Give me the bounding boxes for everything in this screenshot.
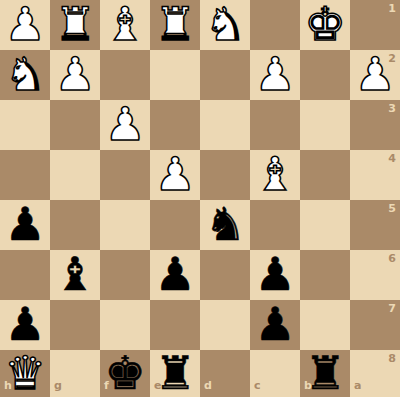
square-g3[interactable] xyxy=(50,100,100,150)
square-a2[interactable]: ♟2 xyxy=(350,50,400,100)
square-h7[interactable]: ♟ xyxy=(0,300,50,350)
file-label-c: c xyxy=(254,380,261,391)
piece-white-bishop[interactable]: ♝ xyxy=(254,151,295,197)
square-b5[interactable] xyxy=(300,200,350,250)
square-a5[interactable]: 5 xyxy=(350,200,400,250)
square-f8[interactable]: ♚f xyxy=(100,350,150,397)
square-a3[interactable]: 3 xyxy=(350,100,400,150)
square-h3[interactable] xyxy=(0,100,50,150)
rank-label-2: 2 xyxy=(388,53,396,64)
piece-white-rook[interactable]: ♜ xyxy=(154,1,195,47)
square-h2[interactable]: ♞ xyxy=(0,50,50,100)
square-b7[interactable] xyxy=(300,300,350,350)
square-d8[interactable]: d xyxy=(200,350,250,397)
piece-white-bishop[interactable]: ♝ xyxy=(104,1,145,47)
piece-black-pawn[interactable]: ♟ xyxy=(254,251,295,297)
square-d7[interactable] xyxy=(200,300,250,350)
square-c1[interactable] xyxy=(250,0,300,50)
square-e2[interactable] xyxy=(150,50,200,100)
square-d2[interactable] xyxy=(200,50,250,100)
square-a8[interactable]: 8a xyxy=(350,350,400,397)
square-c2[interactable]: ♟ xyxy=(250,50,300,100)
rank-label-1: 1 xyxy=(388,3,396,14)
piece-black-king[interactable]: ♚ xyxy=(104,350,145,396)
piece-white-king[interactable]: ♚ xyxy=(304,1,345,47)
square-a1[interactable]: 1 xyxy=(350,0,400,50)
piece-black-bishop[interactable]: ♝ xyxy=(54,251,95,297)
piece-white-pawn[interactable]: ♟ xyxy=(54,51,95,97)
square-h8[interactable]: ♛h xyxy=(0,350,50,397)
rank-label-5: 5 xyxy=(388,203,396,214)
square-g1[interactable]: ♜ xyxy=(50,0,100,50)
square-g8[interactable]: g xyxy=(50,350,100,397)
piece-black-pawn[interactable]: ♟ xyxy=(254,301,295,347)
rank-label-4: 4 xyxy=(388,153,396,164)
square-g2[interactable]: ♟ xyxy=(50,50,100,100)
piece-white-pawn[interactable]: ♟ xyxy=(254,51,295,97)
square-c8[interactable]: c xyxy=(250,350,300,397)
piece-black-pawn[interactable]: ♟ xyxy=(4,201,45,247)
square-f2[interactable] xyxy=(100,50,150,100)
square-f6[interactable] xyxy=(100,250,150,300)
square-c7[interactable]: ♟ xyxy=(250,300,300,350)
rank-label-6: 6 xyxy=(388,253,396,264)
square-c4[interactable]: ♝ xyxy=(250,150,300,200)
square-e8[interactable]: ♜e xyxy=(150,350,200,397)
square-d5[interactable]: ♞ xyxy=(200,200,250,250)
square-e1[interactable]: ♜ xyxy=(150,0,200,50)
square-f1[interactable]: ♝ xyxy=(100,0,150,50)
piece-black-pawn[interactable]: ♟ xyxy=(154,251,195,297)
square-c5[interactable] xyxy=(250,200,300,250)
square-g4[interactable] xyxy=(50,150,100,200)
piece-black-pawn[interactable]: ♟ xyxy=(4,301,45,347)
square-b1[interactable]: ♚ xyxy=(300,0,350,50)
piece-white-knight[interactable]: ♞ xyxy=(204,1,245,47)
square-h4[interactable] xyxy=(0,150,50,200)
square-g6[interactable]: ♝ xyxy=(50,250,100,300)
square-c3[interactable] xyxy=(250,100,300,150)
square-a7[interactable]: 7 xyxy=(350,300,400,350)
square-h1[interactable]: ♟ xyxy=(0,0,50,50)
square-c6[interactable]: ♟ xyxy=(250,250,300,300)
file-label-h: h xyxy=(4,380,12,391)
file-label-f: f xyxy=(104,380,109,391)
file-label-e: e xyxy=(154,380,161,391)
square-e5[interactable] xyxy=(150,200,200,250)
square-d3[interactable] xyxy=(200,100,250,150)
file-label-b: b xyxy=(304,380,312,391)
square-e4[interactable]: ♟ xyxy=(150,150,200,200)
square-b8[interactable]: ♜b xyxy=(300,350,350,397)
file-label-g: g xyxy=(54,380,62,391)
piece-white-rook[interactable]: ♜ xyxy=(54,1,95,47)
file-label-d: d xyxy=(204,380,212,391)
chess-board: ♟♜♝♜♞♚1♞♟♟♟2♟3♟♝4♟♞5♝♟♟6♟♟7♛hg♚f♜edc♜b8a xyxy=(0,0,400,397)
square-b3[interactable] xyxy=(300,100,350,150)
square-e7[interactable] xyxy=(150,300,200,350)
square-b2[interactable] xyxy=(300,50,350,100)
piece-black-knight[interactable]: ♞ xyxy=(204,201,245,247)
square-d4[interactable] xyxy=(200,150,250,200)
square-b6[interactable] xyxy=(300,250,350,300)
rank-label-3: 3 xyxy=(388,103,396,114)
file-label-a: a xyxy=(354,380,361,391)
square-h6[interactable] xyxy=(0,250,50,300)
square-f7[interactable] xyxy=(100,300,150,350)
square-d6[interactable] xyxy=(200,250,250,300)
square-d1[interactable]: ♞ xyxy=(200,0,250,50)
square-a6[interactable]: 6 xyxy=(350,250,400,300)
rank-label-8: 8 xyxy=(388,353,396,364)
square-b4[interactable] xyxy=(300,150,350,200)
square-g7[interactable] xyxy=(50,300,100,350)
square-g5[interactable] xyxy=(50,200,100,250)
piece-white-pawn[interactable]: ♟ xyxy=(4,1,45,47)
square-f3[interactable]: ♟ xyxy=(100,100,150,150)
piece-white-pawn[interactable]: ♟ xyxy=(154,151,195,197)
rank-label-7: 7 xyxy=(388,303,396,314)
piece-white-knight[interactable]: ♞ xyxy=(4,51,45,97)
square-e6[interactable]: ♟ xyxy=(150,250,200,300)
square-f4[interactable] xyxy=(100,150,150,200)
piece-white-pawn[interactable]: ♟ xyxy=(104,101,145,147)
square-f5[interactable] xyxy=(100,200,150,250)
square-e3[interactable] xyxy=(150,100,200,150)
square-h5[interactable]: ♟ xyxy=(0,200,50,250)
square-a4[interactable]: 4 xyxy=(350,150,400,200)
